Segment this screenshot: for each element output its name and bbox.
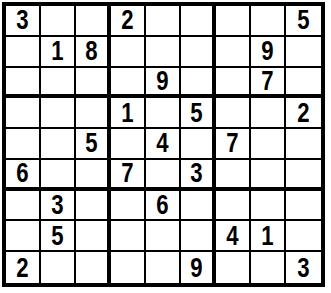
- sudoku-cell-r3c6[interactable]: [181, 68, 216, 99]
- given-digit: 4: [226, 222, 238, 250]
- sudoku-cell-r5c6[interactable]: [181, 129, 216, 160]
- sudoku-cell-r8c4[interactable]: [111, 221, 146, 252]
- sudoku-cell-r2c2[interactable]: 1: [41, 37, 76, 68]
- sudoku-cell-r7c9[interactable]: [286, 191, 321, 222]
- sudoku-cell-r7c1[interactable]: [6, 191, 41, 222]
- given-digit: 1: [121, 99, 133, 127]
- sudoku-cell-r2c4[interactable]: [111, 37, 146, 68]
- sudoku-cell-r6c1[interactable]: 6: [6, 160, 41, 191]
- given-digit: 3: [16, 6, 28, 34]
- sudoku-cell-r2c5[interactable]: [146, 37, 181, 68]
- sudoku-cell-r2c3[interactable]: 8: [76, 37, 111, 68]
- given-digit: 3: [51, 191, 63, 219]
- sudoku-cell-r9c7[interactable]: [216, 252, 251, 283]
- given-digit: 6: [156, 191, 168, 219]
- sudoku-cell-r8c9[interactable]: [286, 221, 321, 252]
- sudoku-cell-r9c3[interactable]: [76, 252, 111, 283]
- sudoku-cell-r6c2[interactable]: [41, 160, 76, 191]
- sudoku-cell-r6c5[interactable]: [146, 160, 181, 191]
- given-digit: 3: [297, 254, 309, 282]
- sudoku-cell-r5c4[interactable]: [111, 129, 146, 160]
- given-digit: 8: [85, 37, 97, 65]
- sudoku-cell-r9c5[interactable]: [146, 252, 181, 283]
- sudoku-cell-r2c8[interactable]: 9: [251, 37, 286, 68]
- given-digit: 9: [190, 254, 202, 282]
- sudoku-cell-r5c8[interactable]: [251, 129, 286, 160]
- given-digit: 7: [226, 129, 238, 157]
- sudoku-cell-r5c2[interactable]: [41, 129, 76, 160]
- sudoku-cell-r8c6[interactable]: [181, 221, 216, 252]
- sudoku-cell-r1c8[interactable]: [251, 6, 286, 37]
- sudoku-cell-r9c9[interactable]: 3: [286, 252, 321, 283]
- sudoku-cell-r4c6[interactable]: 5: [181, 98, 216, 129]
- sudoku-cell-r1c1[interactable]: 3: [6, 6, 41, 37]
- sudoku-cell-r3c2[interactable]: [41, 68, 76, 99]
- sudoku-cell-r1c6[interactable]: [181, 6, 216, 37]
- sudoku-cell-r1c2[interactable]: [41, 6, 76, 37]
- sudoku-cell-r7c3[interactable]: [76, 191, 111, 222]
- given-digit: 1: [261, 222, 273, 250]
- sudoku-cell-r4c5[interactable]: [146, 98, 181, 129]
- given-digit: 6: [16, 160, 28, 187]
- sudoku-cell-r7c4[interactable]: [111, 191, 146, 222]
- sudoku-cell-r9c6[interactable]: 9: [181, 252, 216, 283]
- sudoku-cell-r9c2[interactable]: [41, 252, 76, 283]
- given-digit: 5: [85, 129, 97, 157]
- sudoku-cell-r8c1[interactable]: [6, 221, 41, 252]
- sudoku-cell-r7c5[interactable]: 6: [146, 191, 181, 222]
- sudoku-cell-r1c4[interactable]: 2: [111, 6, 146, 37]
- given-digit: 9: [261, 37, 273, 65]
- sudoku-cell-r8c8[interactable]: 1: [251, 221, 286, 252]
- sudoku-cell-r4c4[interactable]: 1: [111, 98, 146, 129]
- sudoku-cell-r8c5[interactable]: [146, 221, 181, 252]
- sudoku-cell-r5c7[interactable]: 7: [216, 129, 251, 160]
- sudoku-cell-r5c9[interactable]: [286, 129, 321, 160]
- sudoku-cell-r3c9[interactable]: [286, 68, 321, 99]
- sudoku-cell-r2c9[interactable]: [286, 37, 321, 68]
- given-digit: 2: [121, 6, 133, 34]
- given-digit: 4: [156, 129, 168, 157]
- sudoku-cell-r8c2[interactable]: 5: [41, 221, 76, 252]
- sudoku-cell-r5c1[interactable]: [6, 129, 41, 160]
- sudoku-cell-r3c8[interactable]: 7: [251, 68, 286, 99]
- sudoku-cell-r5c3[interactable]: 5: [76, 129, 111, 160]
- sudoku-cell-r5c5[interactable]: 4: [146, 129, 181, 160]
- sudoku-cell-r4c8[interactable]: [251, 98, 286, 129]
- sudoku-board: 3251899715254767336541293: [2, 2, 325, 287]
- sudoku-cell-r9c4[interactable]: [111, 252, 146, 283]
- sudoku-cell-r6c8[interactable]: [251, 160, 286, 191]
- sudoku-cell-r1c9[interactable]: 5: [286, 6, 321, 37]
- sudoku-cell-r3c3[interactable]: [76, 68, 111, 99]
- given-digit: 3: [190, 160, 202, 187]
- given-digit: 9: [156, 68, 168, 95]
- sudoku-cell-r6c9[interactable]: [286, 160, 321, 191]
- sudoku-cell-r4c7[interactable]: [216, 98, 251, 129]
- sudoku-cell-r6c7[interactable]: [216, 160, 251, 191]
- sudoku-cell-r3c7[interactable]: [216, 68, 251, 99]
- given-digit: 2: [297, 99, 309, 127]
- sudoku-cell-r4c3[interactable]: [76, 98, 111, 129]
- sudoku-cell-r3c4[interactable]: [111, 68, 146, 99]
- sudoku-cell-r7c8[interactable]: [251, 191, 286, 222]
- sudoku-cell-r1c7[interactable]: [216, 6, 251, 37]
- sudoku-cell-r4c2[interactable]: [41, 98, 76, 129]
- sudoku-cell-r9c8[interactable]: [251, 252, 286, 283]
- sudoku-cell-r9c1[interactable]: 2: [6, 252, 41, 283]
- sudoku-app: 3251899715254767336541293: [0, 0, 331, 293]
- sudoku-cell-r6c6[interactable]: 3: [181, 160, 216, 191]
- given-digit: 5: [51, 222, 63, 250]
- sudoku-cell-r6c3[interactable]: [76, 160, 111, 191]
- sudoku-cell-r4c1[interactable]: [6, 98, 41, 129]
- sudoku-cell-r8c7[interactable]: 4: [216, 221, 251, 252]
- sudoku-cell-r4c9[interactable]: 2: [286, 98, 321, 129]
- given-digit: 5: [297, 6, 309, 34]
- sudoku-cell-r8c3[interactable]: [76, 221, 111, 252]
- sudoku-cell-r1c3[interactable]: [76, 6, 111, 37]
- sudoku-cell-r1c5[interactable]: [146, 6, 181, 37]
- sudoku-cell-r7c7[interactable]: [216, 191, 251, 222]
- given-digit: 1: [51, 37, 63, 65]
- given-digit: 7: [261, 68, 273, 95]
- sudoku-cell-r6c4[interactable]: 7: [111, 160, 146, 191]
- sudoku-cell-r2c6[interactable]: [181, 37, 216, 68]
- sudoku-cell-r2c1[interactable]: [6, 37, 41, 68]
- given-digit: 5: [190, 99, 202, 127]
- sudoku-cell-r7c2[interactable]: 3: [41, 191, 76, 222]
- sudoku-cell-r7c6[interactable]: [181, 191, 216, 222]
- sudoku-cell-r2c7[interactable]: [216, 37, 251, 68]
- sudoku-cell-r3c5[interactable]: 9: [146, 68, 181, 99]
- given-digit: 2: [16, 254, 28, 282]
- sudoku-cell-r3c1[interactable]: [6, 68, 41, 99]
- given-digit: 7: [121, 160, 133, 187]
